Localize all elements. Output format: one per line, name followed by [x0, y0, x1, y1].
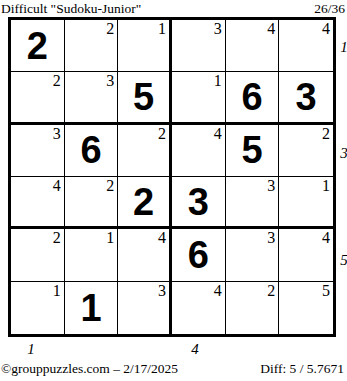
given-digit: 6 — [80, 131, 101, 169]
cell-r6c5[interactable]: 2 — [226, 282, 280, 334]
corner-mark: 3 — [106, 72, 114, 89]
cell-r6c2[interactable]: 1 — [65, 282, 119, 334]
corner-mark: 1 — [322, 177, 330, 194]
given-digit: 5 — [241, 131, 262, 169]
cell-r1c5[interactable]: 4 — [226, 20, 280, 72]
corner-mark: 1 — [158, 20, 166, 37]
corner-mark: 3 — [267, 177, 275, 194]
given-digit: 3 — [188, 183, 209, 221]
corner-mark: 2 — [267, 282, 275, 299]
corner-mark: 3 — [267, 229, 275, 246]
corner-mark: 3 — [158, 282, 166, 299]
cell-r5c2[interactable]: 1 — [65, 229, 119, 281]
corner-mark: 4 — [322, 229, 330, 246]
cell-r2c3[interactable]: 5 — [118, 72, 172, 124]
corner-mark: 4 — [214, 125, 222, 142]
cell-r3c3[interactable]: 2 — [118, 125, 172, 177]
corner-mark: 1 — [106, 229, 114, 246]
cell-r5c1[interactable]: 2 — [11, 229, 65, 281]
given-digit: 6 — [241, 78, 262, 116]
corner-mark: 1 — [53, 282, 61, 299]
cell-r3c1[interactable]: 3 — [11, 125, 65, 177]
cell-r3c6[interactable]: 2 — [279, 125, 333, 177]
corner-mark: 4 — [158, 229, 166, 246]
corner-mark: 3 — [53, 125, 61, 142]
cell-r4c4[interactable]: 3 — [172, 177, 226, 229]
cell-r4c6[interactable]: 1 — [279, 177, 333, 229]
corner-mark: 4 — [214, 282, 222, 299]
cell-r5c6[interactable]: 4 — [279, 229, 333, 281]
col-label-1: 1 — [25, 342, 37, 357]
footer: ©grouppuzzles.com – 2/17/2025 Diff: 5 / … — [1, 361, 344, 376]
given-digit: 2 — [27, 27, 48, 65]
corner-mark: 4 — [267, 20, 275, 37]
cell-r3c2[interactable]: 6 — [65, 125, 119, 177]
cell-r4c5[interactable]: 3 — [226, 177, 280, 229]
cell-r2c4[interactable]: 1 — [172, 72, 226, 124]
corner-mark: 2 — [53, 72, 61, 89]
cell-r4c3[interactable]: 2 — [118, 177, 172, 229]
puzzle-page: Difficult "Sudoku-Junior" 26/36 22134423… — [0, 0, 347, 381]
copyright-text: ©grouppuzzles.com – 2/17/2025 — [1, 361, 178, 376]
col-label-4: 4 — [189, 342, 201, 357]
cell-r2c2[interactable]: 3 — [65, 72, 119, 124]
cell-r2c5[interactable]: 6 — [226, 72, 280, 124]
given-digit: 1 — [80, 289, 101, 327]
cell-r2c1[interactable]: 2 — [11, 72, 65, 124]
given-digit: 6 — [188, 236, 209, 274]
row-label-1: 1 — [338, 40, 347, 55]
header: Difficult "Sudoku-Junior" 26/36 — [1, 1, 345, 16]
cell-r6c1[interactable]: 1 — [11, 282, 65, 334]
cell-r6c4[interactable]: 4 — [172, 282, 226, 334]
difficulty-text: Diff: 5 / 5.7671 — [260, 361, 344, 376]
corner-mark: 2 — [322, 125, 330, 142]
cell-r1c6[interactable]: 4 — [279, 20, 333, 72]
corner-mark: 2 — [158, 125, 166, 142]
cell-r6c3[interactable]: 3 — [118, 282, 172, 334]
corner-mark: 3 — [214, 20, 222, 37]
cell-r1c4[interactable]: 3 — [172, 20, 226, 72]
corner-mark: 5 — [322, 282, 330, 299]
cell-r6c6[interactable]: 5 — [279, 282, 333, 334]
cell-r5c5[interactable]: 3 — [226, 229, 280, 281]
cell-r4c2[interactable]: 2 — [65, 177, 119, 229]
row-label-5: 5 — [338, 253, 347, 268]
cell-r3c4[interactable]: 4 — [172, 125, 226, 177]
corner-mark: 2 — [106, 20, 114, 37]
corner-mark: 2 — [53, 229, 61, 246]
cell-r3c5[interactable]: 5 — [226, 125, 280, 177]
cell-r5c3[interactable]: 4 — [118, 229, 172, 281]
corner-mark: 1 — [214, 72, 222, 89]
corner-mark: 2 — [106, 177, 114, 194]
corner-mark: 4 — [322, 20, 330, 37]
cell-r5c4[interactable]: 6 — [172, 229, 226, 281]
row-label-3: 3 — [338, 146, 347, 161]
given-digit: 3 — [296, 78, 317, 116]
cell-r1c1[interactable]: 2 — [11, 20, 65, 72]
puzzle-counter: 26/36 — [314, 1, 345, 16]
cell-r4c1[interactable]: 4 — [11, 177, 65, 229]
cell-r1c3[interactable]: 1 — [118, 20, 172, 72]
given-digit: 5 — [133, 78, 154, 116]
cell-r1c2[interactable]: 2 — [65, 20, 119, 72]
sudoku-board: 221344235163362452422331214634113425 — [8, 17, 336, 337]
puzzle-title: Difficult "Sudoku-Junior" — [1, 1, 141, 16]
given-digit: 2 — [133, 183, 154, 221]
corner-mark: 4 — [53, 177, 61, 194]
cell-r2c6[interactable]: 3 — [279, 72, 333, 124]
